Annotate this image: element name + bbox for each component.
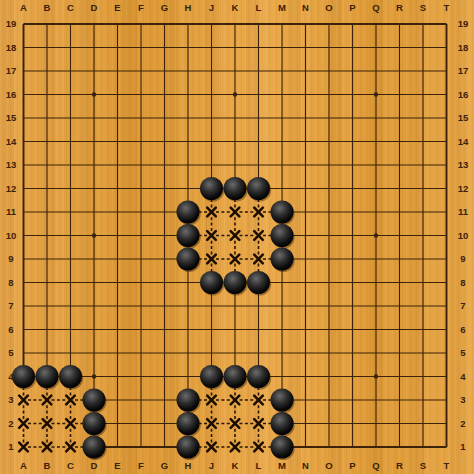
- coord-label-bottom-K: K: [232, 461, 239, 471]
- territory-x-mark: [207, 419, 216, 428]
- coord-label-top-A: A: [20, 3, 27, 13]
- coord-label-right-4: 4: [460, 372, 465, 382]
- stone-shadows: [13, 179, 294, 460]
- coord-label-bottom-P: P: [349, 461, 355, 471]
- coord-label-left-3: 3: [8, 395, 13, 405]
- territory-x-mark: [254, 419, 263, 428]
- coord-label-bottom-M: M: [278, 461, 286, 471]
- star-point: [92, 374, 96, 378]
- coord-label-right-14: 14: [458, 137, 469, 147]
- coord-label-top-E: E: [114, 3, 120, 13]
- black-stone: [177, 248, 200, 271]
- territory-x-mark: [19, 419, 28, 428]
- coord-label-top-P: P: [349, 3, 355, 13]
- black-stone: [247, 271, 270, 294]
- black-stone: [200, 271, 223, 294]
- coord-label-top-T: T: [444, 3, 450, 13]
- coord-label-left-2: 2: [8, 419, 13, 429]
- star-point: [374, 374, 378, 378]
- coord-label-right-18: 18: [458, 43, 469, 53]
- coord-label-top-J: J: [209, 3, 214, 13]
- coord-label-top-N: N: [302, 3, 309, 13]
- coord-label-left-19: 19: [6, 19, 17, 29]
- coord-label-left-5: 5: [8, 348, 13, 358]
- territory-x-mark: [207, 443, 216, 452]
- coord-label-left-4: 4: [8, 372, 13, 382]
- coord-label-top-O: O: [325, 3, 332, 13]
- coord-label-right-12: 12: [458, 184, 469, 194]
- coord-label-bottom-F: F: [138, 461, 144, 471]
- coord-label-bottom-N: N: [302, 461, 309, 471]
- coord-label-right-17: 17: [458, 66, 469, 76]
- territory-x-mark: [254, 443, 263, 452]
- coord-label-right-13: 13: [458, 160, 469, 170]
- black-stone: [177, 224, 200, 247]
- coord-label-left-11: 11: [6, 207, 16, 217]
- territory-x-mark: [207, 255, 216, 264]
- territory-x-mark: [66, 419, 75, 428]
- territory-x-mark: [254, 231, 263, 240]
- territory-x-mark: [66, 396, 75, 405]
- coord-label-top-F: F: [138, 3, 144, 13]
- coord-label-left-7: 7: [8, 301, 13, 311]
- black-stone: [200, 365, 223, 388]
- coord-label-bottom-G: G: [161, 461, 168, 471]
- coord-label-right-11: 11: [458, 207, 468, 217]
- coord-label-bottom-Q: Q: [372, 461, 379, 471]
- coord-label-bottom-E: E: [114, 461, 120, 471]
- coord-label-bottom-O: O: [325, 461, 332, 471]
- coord-label-top-M: M: [278, 3, 286, 13]
- territory-x-mark: [43, 443, 52, 452]
- black-stone: [271, 224, 294, 247]
- star-point: [233, 92, 237, 96]
- coord-label-bottom-L: L: [256, 461, 262, 471]
- coord-label-right-15: 15: [458, 113, 469, 123]
- coord-label-right-10: 10: [458, 231, 469, 241]
- black-stone: [247, 365, 270, 388]
- coord-label-left-1: 1: [8, 442, 13, 452]
- territory-x-mark: [231, 443, 240, 452]
- black-stone: [83, 389, 106, 412]
- coord-label-left-10: 10: [6, 231, 17, 241]
- territory-x-mark: [207, 208, 216, 217]
- territory-x-mark: [66, 443, 75, 452]
- coord-label-right-9: 9: [460, 254, 465, 264]
- coord-label-bottom-D: D: [91, 461, 98, 471]
- coord-label-right-8: 8: [460, 278, 465, 288]
- coord-label-left-18: 18: [6, 43, 17, 53]
- black-stone: [271, 389, 294, 412]
- coord-label-left-13: 13: [6, 160, 17, 170]
- coord-label-right-3: 3: [460, 395, 465, 405]
- black-stone: [83, 436, 106, 459]
- coord-label-left-8: 8: [8, 278, 13, 288]
- black-stone: [177, 389, 200, 412]
- black-stone: [83, 412, 106, 435]
- coord-label-top-G: G: [161, 3, 168, 13]
- territory-x-mark: [231, 231, 240, 240]
- territory-x-mark: [231, 396, 240, 405]
- coord-label-bottom-H: H: [185, 461, 192, 471]
- coord-label-top-K: K: [232, 3, 239, 13]
- coord-label-top-B: B: [44, 3, 51, 13]
- coord-label-left-9: 9: [8, 254, 13, 264]
- black-stone: [177, 412, 200, 435]
- black-stone: [59, 365, 82, 388]
- territory-x-mark: [19, 443, 28, 452]
- coord-label-bottom-B: B: [44, 461, 51, 471]
- coord-label-bottom-T: T: [444, 461, 450, 471]
- territory-x-mark: [231, 255, 240, 264]
- black-stone: [224, 177, 247, 200]
- coord-label-bottom-C: C: [67, 461, 74, 471]
- coord-label-right-1: 1: [460, 442, 465, 452]
- territory-x-mark: [207, 396, 216, 405]
- black-stone: [247, 177, 270, 200]
- black-stone: [177, 436, 200, 459]
- black-stone: [36, 365, 59, 388]
- black-stone: [271, 412, 294, 435]
- coord-label-left-6: 6: [8, 325, 13, 335]
- coord-label-bottom-A: A: [20, 461, 27, 471]
- coord-label-left-12: 12: [6, 184, 17, 194]
- star-point: [374, 92, 378, 96]
- coord-label-top-L: L: [256, 3, 262, 13]
- coord-label-left-14: 14: [6, 137, 17, 147]
- black-stone: [224, 365, 247, 388]
- coord-label-right-5: 5: [460, 348, 465, 358]
- coord-label-right-6: 6: [460, 325, 465, 335]
- coord-label-top-D: D: [91, 3, 98, 13]
- black-stone: [200, 177, 223, 200]
- black-stone: [271, 248, 294, 271]
- territory-x-mark: [207, 231, 216, 240]
- coord-label-left-15: 15: [6, 113, 17, 123]
- coord-label-right-19: 19: [458, 19, 469, 29]
- territory-x-mark: [231, 419, 240, 428]
- go-board[interactable]: AABBCCDDEEFFGGHHJJKKLLMMNNOOPPQQRRSSTT19…: [0, 0, 474, 474]
- black-stone: [12, 365, 35, 388]
- territory-x-mark: [231, 208, 240, 217]
- coord-label-bottom-J: J: [209, 461, 214, 471]
- coord-label-right-2: 2: [460, 419, 465, 429]
- coord-label-top-Q: Q: [372, 3, 379, 13]
- territory-x-mark: [254, 255, 263, 264]
- star-point: [374, 233, 378, 237]
- coord-label-top-C: C: [67, 3, 74, 13]
- star-point: [92, 233, 96, 237]
- territory-x-mark: [43, 419, 52, 428]
- coord-label-left-16: 16: [6, 90, 17, 100]
- territory-x-mark: [254, 208, 263, 217]
- coord-label-top-S: S: [420, 3, 426, 13]
- black-stones: [12, 177, 294, 459]
- black-stone: [271, 436, 294, 459]
- black-stone: [224, 271, 247, 294]
- coord-label-top-H: H: [185, 3, 192, 13]
- coord-label-right-7: 7: [460, 301, 465, 311]
- coord-label-bottom-S: S: [420, 461, 426, 471]
- coord-label-bottom-R: R: [396, 461, 403, 471]
- star-point: [92, 92, 96, 96]
- board-svg: [0, 0, 474, 474]
- black-stone: [177, 201, 200, 224]
- territory-x-mark: [19, 396, 28, 405]
- black-stone: [271, 201, 294, 224]
- territory-x-mark: [43, 396, 52, 405]
- territory-x-mark: [254, 396, 263, 405]
- coord-label-left-17: 17: [6, 66, 17, 76]
- territory-dashed-lines: [24, 189, 283, 448]
- coord-label-top-R: R: [396, 3, 403, 13]
- coord-label-right-16: 16: [458, 90, 469, 100]
